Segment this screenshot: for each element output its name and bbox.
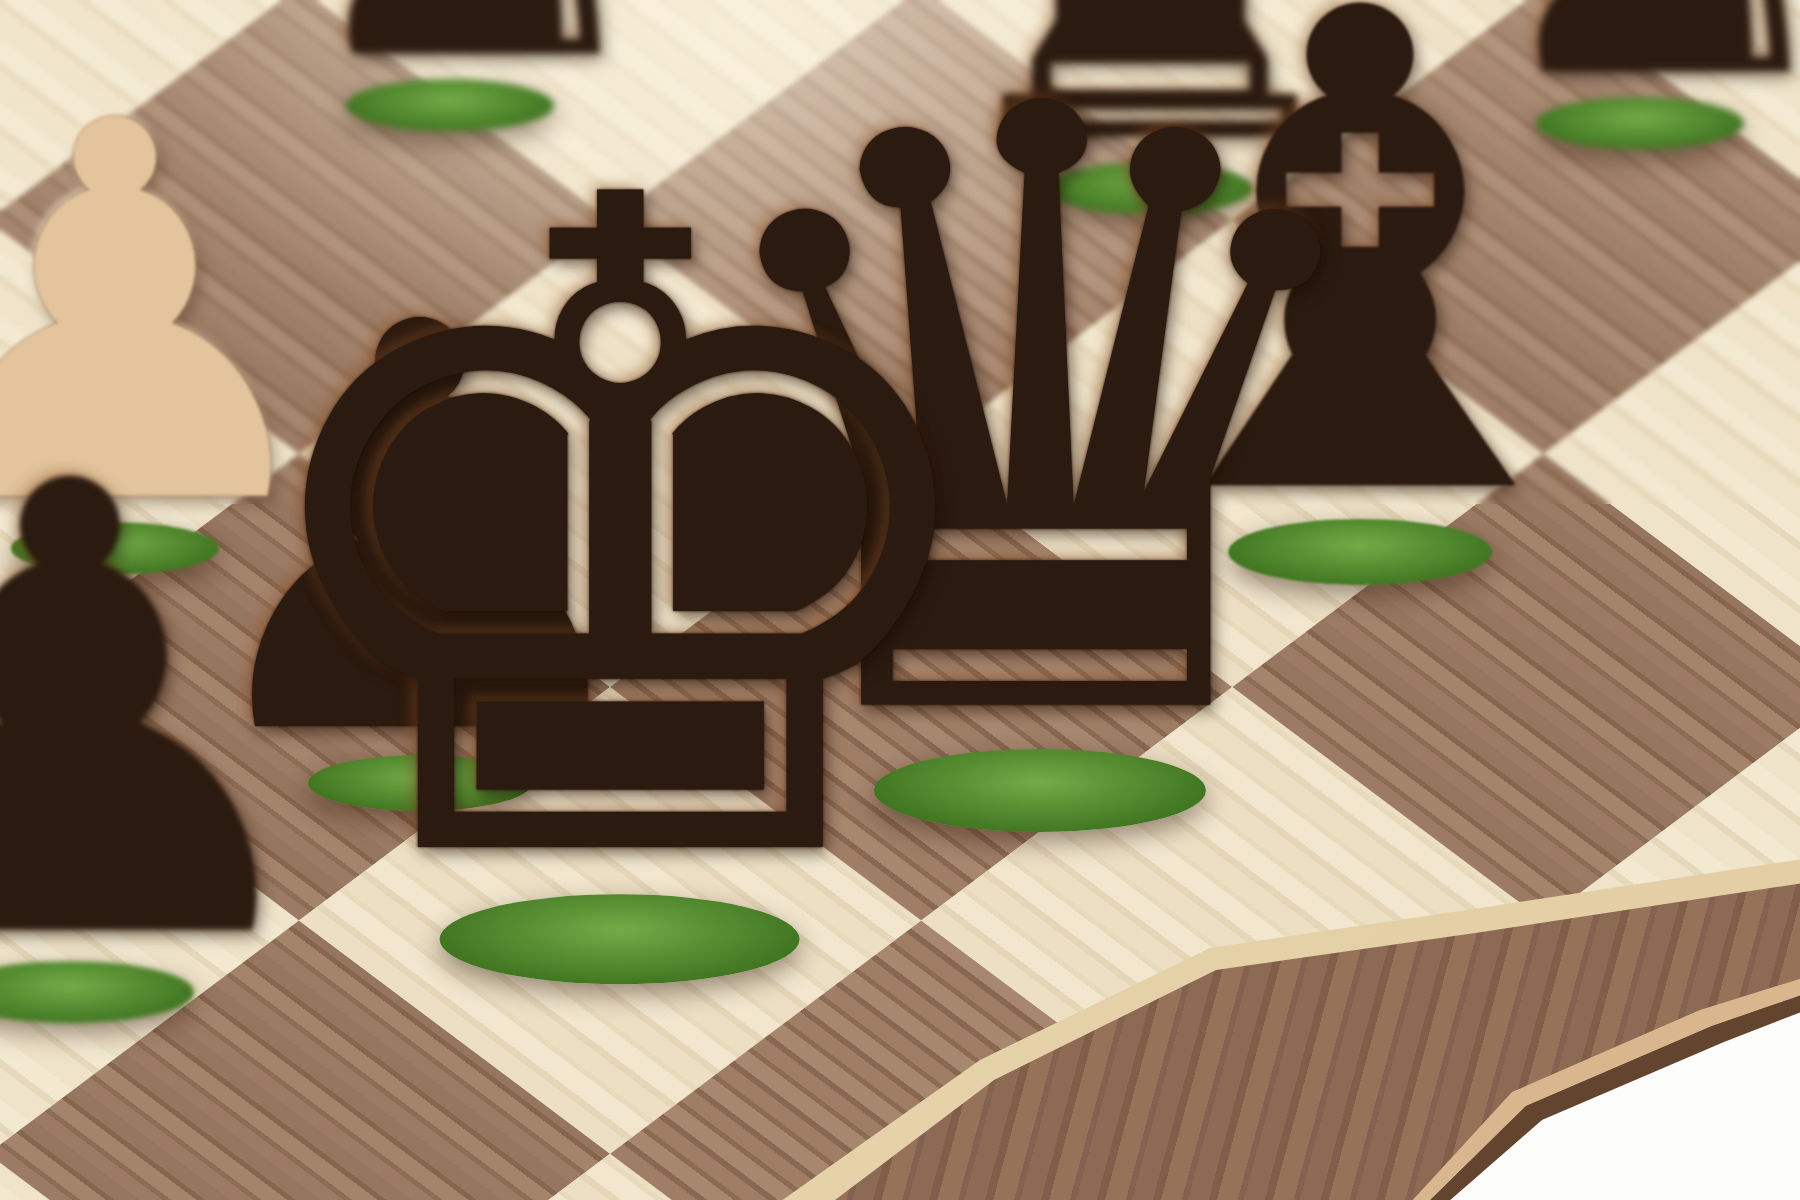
photo-stage: ♞♞♜♟♝♟♛♚♟: [0, 0, 1800, 1200]
pawn-glyph: ♟: [0, 430, 348, 1000]
felt-base: [440, 894, 800, 984]
black-pawn-b3[interactable]: ♟: [0, 430, 348, 1000]
pieces-layer: ♞♞♜♟♝♟♛♚♟: [0, 0, 1800, 1200]
